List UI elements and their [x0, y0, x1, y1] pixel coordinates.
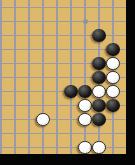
grid-line-horizontal — [0, 147, 126, 149]
white-stone — [106, 85, 120, 99]
white-stone — [106, 57, 120, 71]
black-stone — [78, 85, 92, 99]
white-stone — [78, 141, 92, 155]
board-edge-bottom — [0, 154, 135, 165]
grid-line-horizontal — [0, 21, 126, 23]
go-board[interactable] — [0, 0, 135, 165]
black-stone — [92, 99, 106, 113]
white-stone — [106, 71, 120, 85]
grid-line-horizontal — [0, 7, 126, 9]
go-app-screenshot — [0, 0, 135, 165]
black-stone — [64, 85, 78, 99]
grid-line-horizontal — [0, 35, 126, 37]
black-stone — [106, 99, 120, 113]
white-stone — [78, 99, 92, 113]
white-stone — [92, 85, 106, 99]
white-stone — [78, 113, 92, 127]
black-stone — [106, 43, 120, 57]
board-edge-right — [126, 0, 135, 165]
white-stone — [36, 113, 50, 127]
black-stone — [92, 113, 106, 127]
black-stone — [92, 29, 106, 43]
star-point — [83, 19, 88, 24]
white-stone — [92, 141, 106, 155]
grid-line-horizontal — [0, 119, 126, 121]
black-stone — [92, 71, 106, 85]
grid-line-horizontal — [0, 133, 126, 135]
black-stone — [92, 57, 106, 71]
